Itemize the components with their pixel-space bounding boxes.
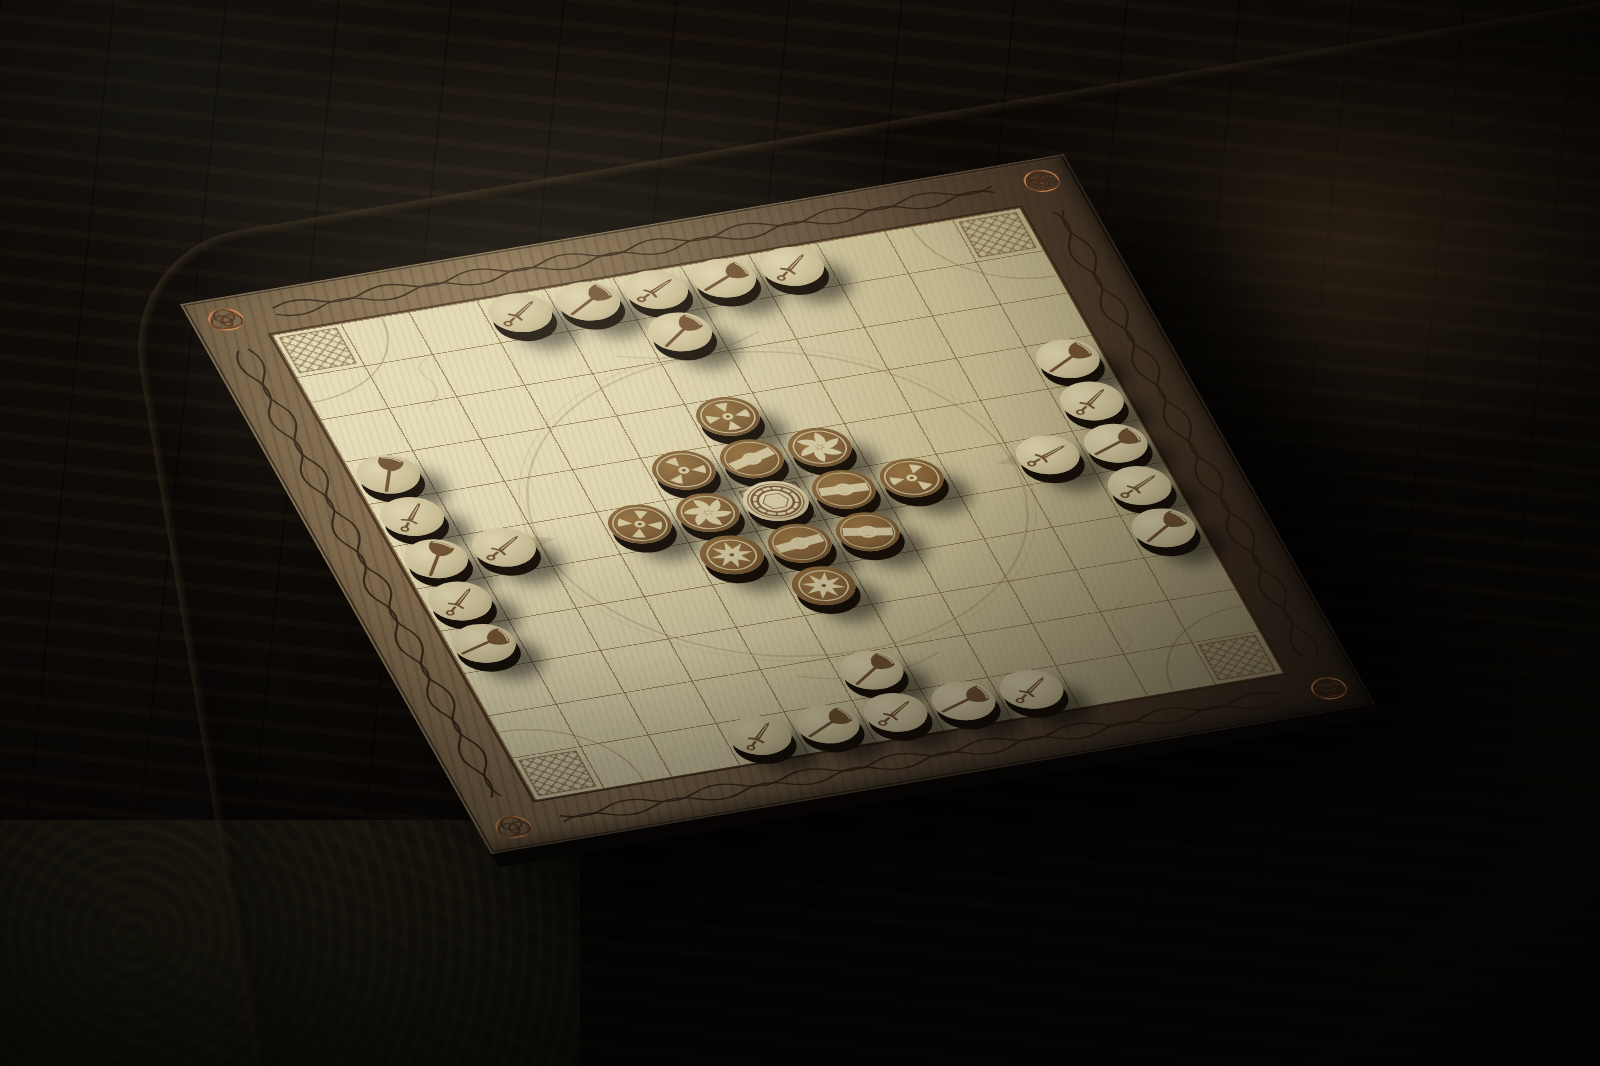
defender-piece-g5[interactable] — [779, 423, 860, 471]
sword-glyph — [751, 243, 832, 291]
wedge4-glyph — [687, 393, 768, 441]
defender-piece-e7[interactable] — [691, 531, 772, 579]
axe-glyph — [683, 254, 764, 302]
copper-triquetra-icon — [1020, 168, 1063, 193]
axe-glyph — [547, 277, 628, 325]
attacker-piece-a6[interactable] — [395, 535, 476, 583]
sword-glyph — [1007, 431, 1088, 479]
band-glyph — [827, 508, 908, 556]
wedge3-glyph — [871, 454, 952, 502]
sword-glyph — [419, 577, 500, 625]
sword-glyph — [463, 523, 544, 571]
wedge3-glyph — [643, 446, 724, 494]
star8-glyph — [783, 562, 864, 610]
sword-glyph — [719, 712, 800, 760]
sword-glyph — [991, 665, 1072, 713]
copper-triquetra-icon — [492, 814, 535, 839]
attacker-piece-b6[interactable] — [463, 523, 544, 571]
defender-piece-h6[interactable] — [871, 454, 952, 502]
sword-glyph — [615, 266, 696, 314]
sword-glyph — [479, 289, 560, 337]
axe-glyph — [395, 535, 476, 583]
defender-piece-f4[interactable] — [687, 393, 768, 441]
pinwheel-glyph — [779, 423, 860, 471]
band-glyph — [711, 435, 792, 483]
star8-glyph — [691, 531, 772, 579]
attacker-piece-g11[interactable] — [923, 677, 1004, 725]
attacker-piece-a7[interactable] — [419, 577, 500, 625]
attacker-piece-a4[interactable] — [347, 450, 428, 498]
axe-glyph — [831, 646, 912, 694]
attacker-piece-h11[interactable] — [991, 665, 1072, 713]
defender-piece-g6[interactable] — [803, 466, 884, 514]
copper-triquetra-icon — [1307, 676, 1350, 701]
attacker-piece-a5[interactable] — [371, 493, 452, 541]
defender-piece-f5[interactable] — [711, 435, 792, 483]
attacker-piece-e11[interactable] — [787, 700, 868, 748]
axe-glyph — [347, 450, 428, 498]
band-glyph — [803, 466, 884, 514]
attacker-piece-f2[interactable] — [639, 308, 720, 356]
defender-piece-e6[interactable] — [667, 489, 748, 537]
axe-glyph — [443, 619, 524, 667]
axe-glyph — [639, 308, 720, 356]
king-piece-f6[interactable] — [734, 476, 818, 525]
scene — [0, 0, 1600, 1066]
attacker-piece-e1[interactable] — [547, 277, 628, 325]
defender-piece-e5[interactable] — [643, 446, 724, 494]
attacker-piece-h1[interactable] — [751, 243, 832, 291]
defender-piece-f8[interactable] — [783, 562, 864, 610]
sword-glyph — [371, 493, 452, 541]
attacker-piece-d11[interactable] — [719, 712, 800, 760]
band-glyph — [759, 519, 840, 567]
attacker-piece-f10[interactable] — [831, 646, 912, 694]
sword-glyph — [855, 689, 936, 737]
pinwheel-glyph — [667, 489, 748, 537]
axe-glyph — [787, 700, 868, 748]
hnefatafl-board — [272, 208, 1283, 800]
attacker-piece-g1[interactable] — [683, 254, 764, 302]
defender-piece-f7[interactable] — [759, 519, 840, 567]
axe-glyph — [923, 677, 1004, 725]
wedge4-glyph — [599, 500, 680, 548]
defender-piece-g7[interactable] — [827, 508, 908, 556]
attacker-piece-j6[interactable] — [1007, 431, 1088, 479]
attacker-piece-d1[interactable] — [479, 289, 560, 337]
attacker-piece-f11[interactable] — [855, 689, 936, 737]
attacker-piece-a8[interactable] — [443, 619, 524, 667]
defender-piece-d6[interactable] — [599, 500, 680, 548]
attacker-piece-f1[interactable] — [615, 266, 696, 314]
copper-triquetra-icon — [204, 307, 247, 332]
knotring-glyph — [734, 476, 818, 525]
